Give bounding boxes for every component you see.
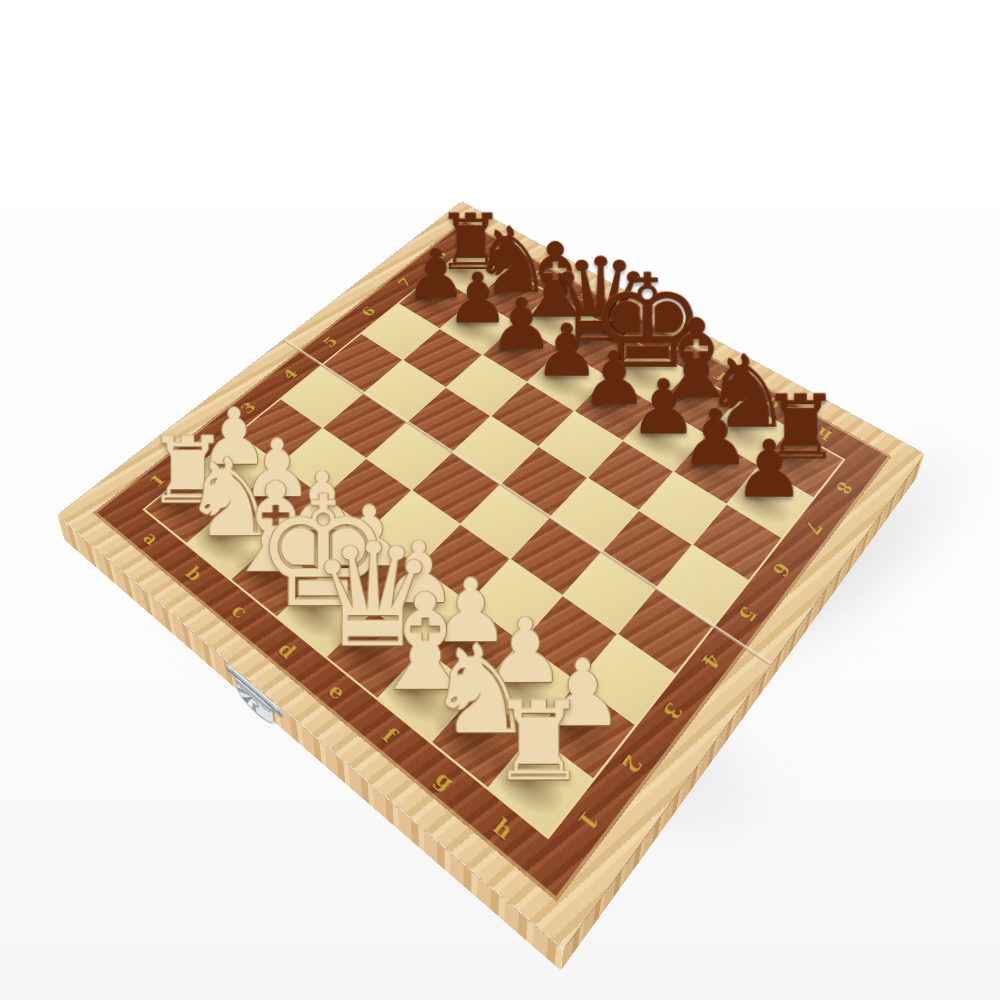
square-b7[interactable]: ♟ xyxy=(440,299,517,354)
square-b6[interactable] xyxy=(403,329,482,387)
square-d5[interactable] xyxy=(453,417,537,483)
square-g5[interactable] xyxy=(602,511,691,587)
square-e7[interactable]: ♟ xyxy=(574,378,655,441)
piece-shadow xyxy=(429,298,507,352)
square-c6[interactable] xyxy=(446,356,526,416)
square-b5[interactable] xyxy=(364,361,445,422)
coord-label: 4 xyxy=(258,351,322,398)
piece-shadow xyxy=(515,349,597,408)
piece-shadow xyxy=(471,323,551,379)
square-d7[interactable]: ♟ xyxy=(528,350,607,410)
piece-white-rook-h1[interactable]: ♜ xyxy=(406,697,673,786)
chess-box: abcdefgh abcdefgh 87654321 87654321 ♜♞♝♛… xyxy=(57,202,924,949)
coord-label: 8 xyxy=(410,236,469,275)
board-surface: abcdefgh abcdefgh 87654321 87654321 ♜♞♝♛… xyxy=(93,220,892,902)
coord-label: 7 xyxy=(375,263,435,303)
piece-black-pawn-h7[interactable]: ♟ xyxy=(658,438,881,503)
piece-shadow xyxy=(562,377,646,438)
square-e6[interactable] xyxy=(539,411,622,477)
board-field: ♜♞♝♛♚♝♞♜♟♟♟♟♟♟♟♟♟♟♟♟♟♟♟♟♜♞♝♚♛♝♞♜ xyxy=(145,248,843,836)
square-c7[interactable]: ♟ xyxy=(483,324,561,382)
coord-label: 5 xyxy=(299,320,362,364)
scene: abcdefgh abcdefgh 87654321 87654321 ♜♞♝♛… xyxy=(0,0,1000,1000)
square-c5[interactable] xyxy=(408,388,490,452)
square-d6[interactable] xyxy=(491,383,573,446)
coord-label: 6 xyxy=(338,291,400,333)
